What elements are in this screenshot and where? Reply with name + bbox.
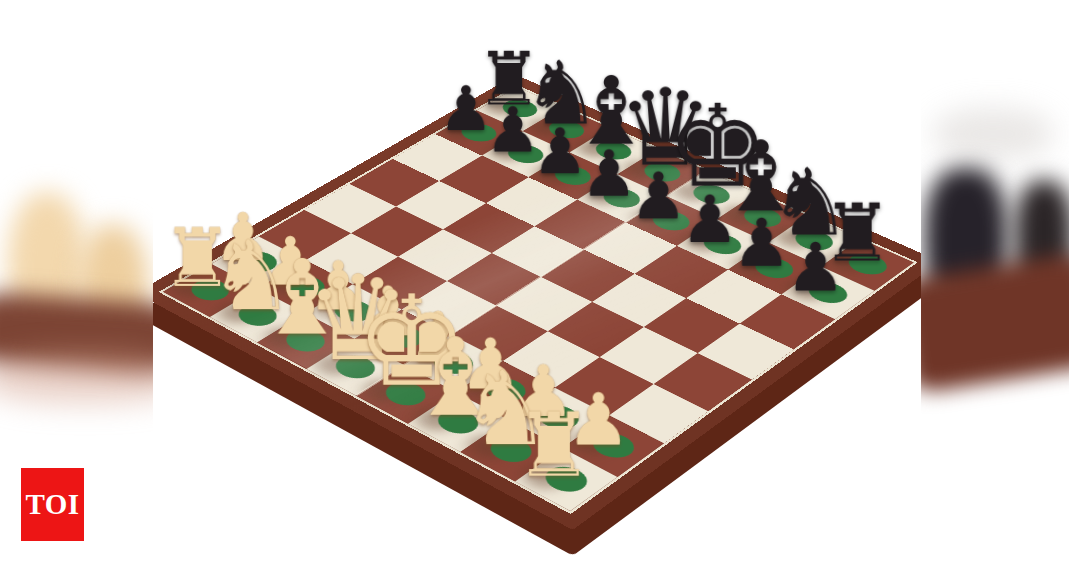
blurred-background <box>933 108 1053 160</box>
felt-base <box>530 401 586 434</box>
blurred-board-edge <box>921 252 1069 395</box>
felt-base <box>537 462 595 497</box>
felt-base <box>483 433 540 467</box>
board-inner-border: ♜♞♝♛♚♝♞♜♟♟♟♟♟♟♟♟♟♟♟♟♟♟♟♟♜♞♝♛♚♝♞♜ <box>159 85 918 514</box>
felt-base <box>542 117 591 142</box>
felt-base <box>748 254 800 283</box>
felt-base <box>585 429 642 463</box>
felt-base <box>279 325 333 356</box>
stage: ♜♞♝♛♚♝♞♜♟♟♟♟♟♟♟♟♟♟♟♟♟♟♟♟♜♞♝♛♚♝♞♜ TOI <box>0 0 1069 580</box>
felt-base <box>637 159 687 185</box>
felt-base <box>232 248 284 277</box>
felt-base <box>841 250 893 279</box>
felt-base <box>788 227 840 255</box>
felt-base <box>646 207 697 234</box>
felt-base <box>737 204 788 231</box>
felt-base <box>548 163 598 189</box>
toi-logo-text: TOI <box>25 488 79 521</box>
felt-base <box>496 97 544 121</box>
felt-base <box>596 185 646 212</box>
blur-band-right <box>921 0 1069 580</box>
board-frame: ♜♞♝♛♚♝♞♜♟♟♟♟♟♟♟♟♟♟♟♟♟♟♟♟♜♞♝♛♚♝♞♜ <box>136 75 940 530</box>
felt-base <box>589 138 638 164</box>
felt-base <box>279 272 332 301</box>
felt-base <box>376 321 430 352</box>
felt-base <box>426 347 481 379</box>
felt-base <box>184 275 237 304</box>
felt-base <box>801 278 854 307</box>
chess-board: ♜♞♝♛♚♝♞♜♟♟♟♟♟♟♟♟♟♟♟♟♟♟♟♟♜♞♝♛♚♝♞♜ <box>163 87 914 511</box>
felt-base <box>231 300 284 330</box>
felt-base <box>327 296 380 326</box>
felt-base <box>328 351 383 383</box>
felt-base <box>378 378 434 410</box>
felt-base <box>455 120 504 145</box>
blurred-shadow <box>0 352 153 404</box>
felt-base <box>430 405 486 438</box>
felt-base <box>686 181 736 208</box>
chess-board-scene: ♜♞♝♛♚♝♞♜♟♟♟♟♟♟♟♟♟♟♟♟♟♟♟♟♜♞♝♛♚♝♞♜ <box>136 75 940 530</box>
felt-base <box>478 374 533 406</box>
toi-logo: TOI <box>21 468 84 541</box>
felt-base <box>697 230 749 258</box>
felt-base <box>501 141 550 167</box>
